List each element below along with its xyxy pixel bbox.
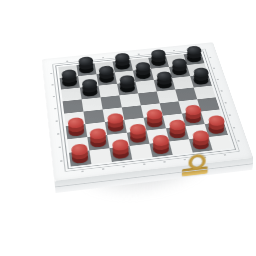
tick-mark (213, 67, 215, 68)
black-checker[interactable] (169, 65, 190, 78)
red-checker[interactable] (166, 126, 189, 141)
red-checker[interactable] (66, 124, 88, 139)
black-checker[interactable] (148, 56, 169, 69)
tick-mark (51, 84, 53, 85)
tick-mark (59, 146, 61, 148)
black-checker[interactable] (190, 74, 212, 87)
red-checker[interactable] (109, 146, 132, 162)
tick-mark (53, 96, 55, 97)
tick-mark (137, 54, 139, 55)
tick-mark (60, 160, 62, 162)
tick-mark (237, 140, 240, 142)
red-checker[interactable] (182, 111, 205, 126)
black-checker[interactable] (154, 78, 175, 91)
tick-mark (56, 120, 58, 122)
black-checker[interactable] (60, 76, 80, 89)
tick-mark (84, 59, 86, 60)
tick-mark (163, 161, 165, 163)
tick-mark (66, 61, 68, 62)
tick-mark (119, 55, 121, 56)
tick-mark (172, 50, 174, 51)
tick-mark (81, 171, 83, 173)
tick-mark (220, 90, 222, 91)
tick-mark (54, 108, 56, 110)
pieces-layer (58, 53, 232, 167)
product-photo-canvas (0, 0, 256, 256)
black-checker[interactable] (96, 72, 117, 85)
black-checker[interactable] (80, 86, 101, 100)
red-checker[interactable] (189, 137, 213, 153)
black-checker[interactable] (113, 60, 133, 73)
tick-mark (224, 102, 226, 103)
tick-mark (190, 48, 192, 49)
tick-mark (122, 166, 124, 168)
tick-mark (229, 114, 231, 116)
red-checker[interactable] (149, 141, 172, 157)
red-checker[interactable] (144, 116, 166, 131)
red-checker[interactable] (127, 131, 150, 146)
stage (0, 0, 256, 256)
tick-mark (223, 154, 226, 156)
tick-mark (183, 159, 186, 161)
black-checker[interactable] (76, 63, 96, 76)
tick-mark (233, 127, 235, 129)
red-checker[interactable] (69, 150, 91, 166)
black-checker[interactable] (133, 69, 154, 82)
tick-mark (217, 78, 219, 79)
tick-mark (57, 133, 59, 135)
red-checker[interactable] (105, 120, 127, 135)
tick-mark (50, 73, 52, 74)
black-checker[interactable] (117, 82, 138, 96)
tick-mark (101, 168, 103, 170)
tick-mark (155, 52, 157, 53)
box-top (42, 42, 253, 181)
red-checker[interactable] (87, 135, 109, 151)
tick-mark (102, 57, 104, 58)
tick-mark (142, 164, 144, 166)
tick-mark (209, 56, 211, 57)
